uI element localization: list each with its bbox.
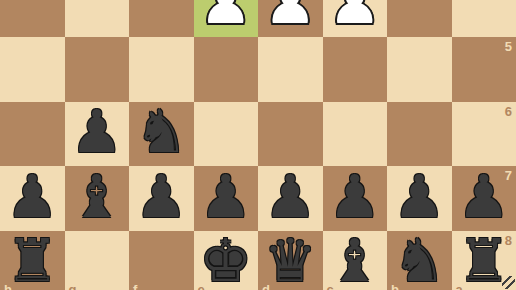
rank-label-5: 5 <box>505 39 512 54</box>
white-pawn-d4[interactable]: ♟ <box>264 0 317 32</box>
square-e5[interactable] <box>194 37 259 102</box>
black-knight-f6[interactable]: ♞ <box>135 102 188 161</box>
file-label-b: b <box>391 282 399 290</box>
black-bishop-g7[interactable]: ♝ <box>70 167 123 226</box>
black-knight-b8[interactable]: ♞ <box>393 231 446 290</box>
file-label-d: d <box>262 282 270 290</box>
black-pawn-e7[interactable]: ♟ <box>199 167 252 226</box>
square-d6[interactable] <box>258 102 323 167</box>
square-h5[interactable] <box>0 37 65 102</box>
rank-label-8: 8 <box>505 233 512 248</box>
square-f7[interactable]: ♟ <box>129 166 194 231</box>
square-c7[interactable]: ♟ <box>323 166 388 231</box>
black-pawn-h7[interactable]: ♟ <box>6 167 59 226</box>
square-b6[interactable] <box>387 102 452 167</box>
square-c8[interactable]: ♝c <box>323 231 388 290</box>
black-pawn-b7[interactable]: ♟ <box>393 167 446 226</box>
board-resize-handle[interactable] <box>502 276 515 289</box>
square-d5[interactable] <box>258 37 323 102</box>
black-pawn-c7[interactable]: ♟ <box>328 167 381 226</box>
square-h7[interactable]: ♟ <box>0 166 65 231</box>
rank-label-6: 6 <box>505 104 512 119</box>
square-b8[interactable]: ♞b <box>387 231 452 290</box>
square-d7[interactable]: ♟ <box>258 166 323 231</box>
square-e6[interactable] <box>194 102 259 167</box>
square-g4[interactable] <box>65 0 130 37</box>
square-f5[interactable] <box>129 37 194 102</box>
black-pawn-g6[interactable]: ♟ <box>70 102 123 161</box>
square-a4[interactable] <box>452 0 516 37</box>
square-f8[interactable]: f <box>129 231 194 290</box>
square-a5[interactable]: 5 <box>452 37 516 102</box>
square-b7[interactable]: ♟ <box>387 166 452 231</box>
square-b4[interactable] <box>387 0 452 37</box>
rank-label-7: 7 <box>505 168 512 183</box>
square-c4[interactable]: ♟ <box>323 0 388 37</box>
black-bishop-c8[interactable]: ♝ <box>328 231 381 290</box>
file-label-a: a <box>456 282 463 290</box>
square-c6[interactable] <box>323 102 388 167</box>
file-label-e: e <box>198 282 205 290</box>
black-pawn-a7[interactable]: ♟ <box>457 167 510 226</box>
square-h6[interactable] <box>0 102 65 167</box>
black-queen-d8[interactable]: ♛ <box>264 231 317 290</box>
square-g6[interactable]: ♟ <box>65 102 130 167</box>
file-label-h: h <box>4 282 12 290</box>
square-c5[interactable] <box>323 37 388 102</box>
square-a7[interactable]: ♟7 <box>452 166 516 231</box>
square-g5[interactable] <box>65 37 130 102</box>
square-a6[interactable]: 6 <box>452 102 516 167</box>
black-pawn-d7[interactable]: ♟ <box>264 167 317 226</box>
square-g8[interactable]: g <box>65 231 130 290</box>
square-b5[interactable] <box>387 37 452 102</box>
square-f4[interactable] <box>129 0 194 37</box>
square-h8[interactable]: ♜h <box>0 231 65 290</box>
square-g7[interactable]: ♝ <box>65 166 130 231</box>
file-label-c: c <box>327 282 334 290</box>
white-pawn-e4[interactable]: ♟ <box>199 0 252 32</box>
square-f6[interactable]: ♞ <box>129 102 194 167</box>
white-pawn-c4[interactable]: ♟ <box>328 0 381 32</box>
file-label-g: g <box>69 282 77 290</box>
square-d4[interactable]: ♟ <box>258 0 323 37</box>
black-rook-h8[interactable]: ♜ <box>6 231 59 290</box>
square-e8[interactable]: ♚e <box>194 231 259 290</box>
chess-board[interactable]: ♟♟♟5♟♞6♟♝♟♟♟♟♟♟7♜hgf♚e♛d♝c♞b♜8a <box>0 0 516 290</box>
square-e7[interactable]: ♟ <box>194 166 259 231</box>
square-e4[interactable]: ♟ <box>194 0 259 37</box>
file-label-f: f <box>133 282 137 290</box>
chess-board-viewport: ♟♟♟5♟♞6♟♝♟♟♟♟♟♟7♜hgf♚e♛d♝c♞b♜8a <box>0 0 516 290</box>
black-king-e8[interactable]: ♚ <box>199 231 252 290</box>
square-h4[interactable] <box>0 0 65 37</box>
black-pawn-f7[interactable]: ♟ <box>135 167 188 226</box>
square-d8[interactable]: ♛d <box>258 231 323 290</box>
